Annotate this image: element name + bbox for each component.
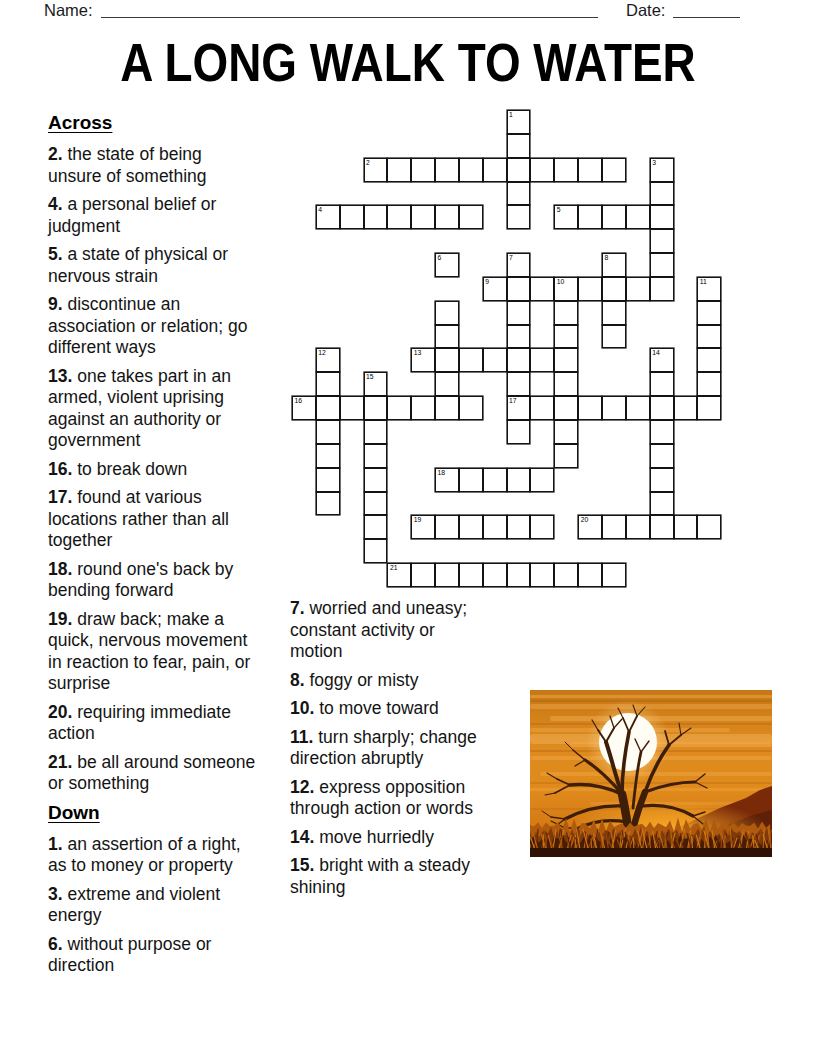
grid-cell[interactable] bbox=[530, 515, 554, 539]
clue-14: 14. move hurriedly bbox=[290, 827, 486, 849]
grid-cell[interactable] bbox=[364, 515, 388, 539]
grid-cell[interactable]: 10 bbox=[554, 277, 578, 301]
grid-cell[interactable] bbox=[411, 205, 435, 229]
grid-cell[interactable] bbox=[578, 277, 602, 301]
clue-number: 5 bbox=[557, 206, 561, 214]
grid-cell[interactable]: 4 bbox=[316, 205, 340, 229]
grid-cell[interactable] bbox=[674, 515, 698, 539]
grid-cell[interactable] bbox=[483, 348, 507, 372]
grid-cell[interactable] bbox=[435, 372, 459, 396]
grid-cell[interactable] bbox=[507, 205, 531, 229]
grid-cell[interactable] bbox=[650, 492, 674, 516]
clue-17: 17. found at various locations rather th… bbox=[48, 487, 256, 552]
name-label: Name: bbox=[44, 1, 93, 20]
grid-cell[interactable] bbox=[316, 492, 340, 516]
grid-cell[interactable] bbox=[340, 396, 364, 420]
grid-cell[interactable] bbox=[483, 158, 507, 182]
grid-cell[interactable] bbox=[554, 348, 578, 372]
grid-cell[interactable] bbox=[364, 492, 388, 516]
clue-8: 8. foggy or misty bbox=[290, 670, 486, 692]
clue-number: 9 bbox=[485, 278, 489, 286]
clue-number: 16 bbox=[295, 397, 303, 405]
across-heading: Across bbox=[48, 112, 256, 134]
crossword-grid: 123456789101112131415161718192021 bbox=[292, 110, 721, 587]
grid-cell[interactable] bbox=[435, 301, 459, 325]
clue-12: 12. express opposition through action or… bbox=[290, 777, 486, 820]
grid-cell[interactable] bbox=[650, 372, 674, 396]
grid-cell[interactable]: 7 bbox=[507, 253, 531, 277]
grid-cell[interactable] bbox=[530, 348, 554, 372]
grid-cell[interactable] bbox=[316, 420, 340, 444]
grid-cell[interactable] bbox=[578, 396, 602, 420]
grid-cell[interactable] bbox=[650, 396, 674, 420]
grid-cell[interactable] bbox=[387, 205, 411, 229]
grid-cell[interactable] bbox=[459, 158, 483, 182]
grid-cell[interactable] bbox=[530, 277, 554, 301]
grid-cell[interactable] bbox=[697, 301, 721, 325]
grid-cell[interactable] bbox=[316, 468, 340, 492]
clue-number: 7 bbox=[509, 254, 513, 262]
grid-cell[interactable] bbox=[697, 325, 721, 349]
grid-cell[interactable] bbox=[578, 205, 602, 229]
grid-cell[interactable]: 11 bbox=[697, 277, 721, 301]
clue-number: 6 bbox=[438, 254, 442, 262]
clue-13: 13. one takes part in an armed, violent … bbox=[48, 366, 256, 452]
grid-cell[interactable] bbox=[364, 468, 388, 492]
grid-cell[interactable]: 3 bbox=[650, 158, 674, 182]
grid-cell[interactable] bbox=[602, 563, 626, 587]
grid-cell[interactable] bbox=[554, 158, 578, 182]
grid-cell[interactable] bbox=[507, 515, 531, 539]
grid-cell[interactable] bbox=[697, 372, 721, 396]
clue-21: 21. be all around someone or something bbox=[48, 752, 256, 795]
grid-cell[interactable] bbox=[650, 468, 674, 492]
clue-number: 12 bbox=[318, 349, 326, 357]
grid-cell[interactable] bbox=[459, 205, 483, 229]
grid-cell[interactable] bbox=[435, 563, 459, 587]
grid-cell[interactable] bbox=[697, 396, 721, 420]
clue-number: 21 bbox=[390, 564, 398, 572]
grid-cell[interactable] bbox=[364, 539, 388, 563]
grid-cell[interactable] bbox=[483, 515, 507, 539]
clue-3: 3. extreme and violent energy bbox=[48, 884, 256, 927]
grid-cell[interactable] bbox=[626, 515, 650, 539]
grid-cell[interactable]: 14 bbox=[650, 348, 674, 372]
grid-cell[interactable]: 1 bbox=[507, 110, 531, 134]
grid-cell[interactable] bbox=[602, 205, 626, 229]
grid-cell[interactable] bbox=[507, 158, 531, 182]
clue-number: 20 bbox=[581, 516, 589, 524]
grid-cell[interactable] bbox=[483, 468, 507, 492]
grid-cell[interactable] bbox=[411, 158, 435, 182]
grid-cell[interactable] bbox=[411, 563, 435, 587]
grid-cell[interactable] bbox=[435, 515, 459, 539]
grid-cell[interactable] bbox=[364, 205, 388, 229]
clue-6: 6. without purpose or direction bbox=[48, 934, 256, 977]
clue-15: 15. bright with a steady shining bbox=[290, 855, 486, 898]
grid-cell[interactable] bbox=[554, 563, 578, 587]
grid-cell[interactable] bbox=[507, 468, 531, 492]
down-clues-col1: 1. an assertion of a right, as to money … bbox=[48, 834, 256, 977]
grid-cell[interactable] bbox=[650, 515, 674, 539]
grid-cell[interactable] bbox=[435, 348, 459, 372]
grid-cell[interactable] bbox=[554, 372, 578, 396]
grid-cell[interactable]: 12 bbox=[316, 348, 340, 372]
down-heading: Down bbox=[48, 802, 256, 824]
grid-cell[interactable] bbox=[602, 158, 626, 182]
grid-cell[interactable] bbox=[530, 468, 554, 492]
grid-cell[interactable] bbox=[387, 158, 411, 182]
name-blank-line[interactable] bbox=[101, 17, 598, 18]
grid-cell[interactable]: 5 bbox=[554, 205, 578, 229]
grid-cell[interactable] bbox=[435, 396, 459, 420]
page-title: A LONG WALK TO WATER bbox=[61, 31, 755, 93]
grid-cell[interactable] bbox=[554, 444, 578, 468]
grid-cell[interactable] bbox=[650, 229, 674, 253]
grid-cell[interactable]: 16 bbox=[292, 396, 316, 420]
grid-cell[interactable]: 13 bbox=[411, 348, 435, 372]
grid-cell[interactable] bbox=[340, 205, 364, 229]
grid-cell[interactable] bbox=[674, 396, 698, 420]
grid-cell[interactable]: 17 bbox=[507, 396, 531, 420]
grid-cell[interactable] bbox=[507, 563, 531, 587]
grid-cell[interactable] bbox=[364, 420, 388, 444]
clue-column-middle: 7. worried and uneasy; constant activity… bbox=[290, 598, 486, 905]
grid-cell[interactable] bbox=[578, 563, 602, 587]
down-clues-col2: 7. worried and uneasy; constant activity… bbox=[290, 598, 486, 898]
grid-cell[interactable] bbox=[507, 301, 531, 325]
grid-cell[interactable] bbox=[459, 396, 483, 420]
clue-number: 11 bbox=[700, 278, 707, 286]
grid-cell[interactable] bbox=[364, 444, 388, 468]
worksheet-page: Name: Date: A LONG WALK TO WATER 1234567… bbox=[0, 0, 816, 1056]
grid-cell[interactable] bbox=[650, 277, 674, 301]
clue-2: 2. the state of being unsure of somethin… bbox=[48, 144, 256, 187]
grid-cell[interactable]: 9 bbox=[483, 277, 507, 301]
grid-cell[interactable] bbox=[435, 325, 459, 349]
grid-cell[interactable] bbox=[316, 444, 340, 468]
clue-18: 18. round one's back by bending forward bbox=[48, 559, 256, 602]
grid-cell[interactable]: 19 bbox=[411, 515, 435, 539]
grid-cell[interactable] bbox=[626, 277, 650, 301]
grid-cell[interactable] bbox=[554, 325, 578, 349]
grid-cell[interactable] bbox=[626, 396, 650, 420]
grid-cell[interactable] bbox=[507, 182, 531, 206]
clue-5: 5. a state of physical or nervous strain bbox=[48, 244, 256, 287]
grid-cell[interactable] bbox=[459, 348, 483, 372]
sunset-illustration bbox=[530, 690, 772, 857]
clue-number: 18 bbox=[438, 469, 446, 477]
grid-cell[interactable] bbox=[602, 396, 626, 420]
clue-number: 14 bbox=[652, 349, 660, 357]
grid-cell[interactable] bbox=[530, 563, 554, 587]
grid-cell[interactable] bbox=[507, 372, 531, 396]
grid-cell[interactable] bbox=[507, 348, 531, 372]
grid-cell[interactable] bbox=[459, 563, 483, 587]
grid-cell[interactable] bbox=[554, 396, 578, 420]
grid-cell[interactable] bbox=[435, 158, 459, 182]
grid-cell[interactable] bbox=[411, 396, 435, 420]
grid-cell[interactable]: 8 bbox=[602, 253, 626, 277]
grid-cell[interactable] bbox=[697, 348, 721, 372]
clue-number: 4 bbox=[318, 206, 322, 214]
grid-cell[interactable] bbox=[650, 420, 674, 444]
clue-number: 15 bbox=[366, 373, 374, 381]
grid-cell[interactable] bbox=[602, 277, 626, 301]
across-clues: 2. the state of being unsure of somethin… bbox=[48, 144, 256, 795]
grid-cell[interactable]: 2 bbox=[364, 158, 388, 182]
date-blank-line[interactable] bbox=[673, 17, 740, 18]
grid-cell[interactable] bbox=[554, 420, 578, 444]
clue-column-left: Across 2. the state of being unsure of s… bbox=[48, 112, 256, 984]
grid-cell[interactable]: 6 bbox=[435, 253, 459, 277]
clue-7: 7. worried and uneasy; constant activity… bbox=[290, 598, 486, 663]
grid-cell[interactable] bbox=[507, 134, 531, 158]
grid-cell[interactable] bbox=[316, 372, 340, 396]
grid-cell[interactable] bbox=[530, 158, 554, 182]
clue-10: 10. to move toward bbox=[290, 698, 486, 720]
grid-cell[interactable] bbox=[507, 277, 531, 301]
grid-cell[interactable]: 20 bbox=[578, 515, 602, 539]
grid-cell[interactable] bbox=[650, 444, 674, 468]
grid-cell[interactable] bbox=[554, 301, 578, 325]
grid-cell[interactable] bbox=[387, 396, 411, 420]
clue-19: 19. draw back; make a quick, nervous mov… bbox=[48, 609, 256, 695]
grid-cell[interactable]: 15 bbox=[364, 372, 388, 396]
clue-9: 9. discontinue an association or relatio… bbox=[48, 294, 256, 359]
clue-number: 3 bbox=[652, 159, 656, 167]
clue-1: 1. an assertion of a right, as to money … bbox=[48, 834, 256, 877]
clue-16: 16. to break down bbox=[48, 459, 256, 481]
grid-cell[interactable]: 21 bbox=[387, 563, 411, 587]
grid-cell[interactable] bbox=[507, 420, 531, 444]
grid-cell[interactable] bbox=[578, 158, 602, 182]
grid-cell[interactable] bbox=[697, 515, 721, 539]
grid-cell[interactable] bbox=[507, 325, 531, 349]
grid-cell[interactable] bbox=[602, 325, 626, 349]
grid-cell[interactable] bbox=[602, 301, 626, 325]
grid-cell[interactable] bbox=[530, 396, 554, 420]
grid-cell[interactable]: 18 bbox=[435, 468, 459, 492]
clue-number: 17 bbox=[509, 397, 517, 405]
clue-number: 8 bbox=[604, 254, 608, 262]
grid-cell[interactable] bbox=[650, 182, 674, 206]
grid-cell[interactable] bbox=[650, 205, 674, 229]
clue-number: 10 bbox=[557, 278, 565, 286]
grid-cell[interactable] bbox=[459, 515, 483, 539]
grid-cell[interactable] bbox=[626, 205, 650, 229]
grid-cell[interactable] bbox=[483, 563, 507, 587]
clue-11: 11. turn sharply; change direction abrup… bbox=[290, 727, 486, 770]
grid-cell[interactable] bbox=[364, 396, 388, 420]
grid-cell[interactable] bbox=[316, 396, 340, 420]
grid-cell[interactable] bbox=[602, 515, 626, 539]
clue-number: 13 bbox=[414, 349, 422, 357]
grid-cell[interactable] bbox=[459, 468, 483, 492]
grid-cell[interactable] bbox=[650, 253, 674, 277]
clue-20: 20. requiring immediate action bbox=[48, 702, 256, 745]
date-label: Date: bbox=[626, 1, 665, 20]
clue-number: 1 bbox=[509, 111, 513, 119]
grid-cell[interactable] bbox=[435, 205, 459, 229]
clue-number: 2 bbox=[366, 159, 370, 167]
clue-number: 19 bbox=[414, 516, 422, 524]
clue-4: 4. a personal belief or judgment bbox=[48, 194, 256, 237]
